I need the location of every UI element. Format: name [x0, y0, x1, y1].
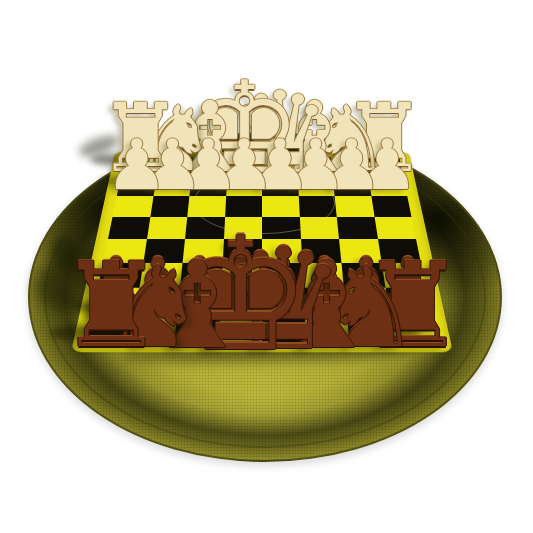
- chess-photo-scene: ♜♞♝♛♚♝♞♜♟♟♟♟♟♟♟♟♟♟♟♟♟♟♟♟♜♞♝♛♚♝♞♜: [0, 0, 533, 533]
- piece-black-rook-h8[interactable]: ♜: [59, 247, 164, 364]
- piece-white-pawn-h2[interactable]: ♟: [105, 130, 168, 200]
- pieces-layer: ♜♞♝♛♚♝♞♜♟♟♟♟♟♟♟♟♟♟♟♟♟♟♟♟♜♞♝♛♚♝♞♜: [0, 0, 533, 533]
